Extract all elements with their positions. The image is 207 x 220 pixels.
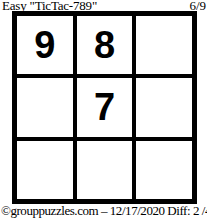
cell-r0c0[interactable]: 9 [17, 16, 73, 74]
cell-r2c0[interactable] [17, 141, 73, 199]
cell-r1c0[interactable] [17, 78, 73, 136]
puzzle-grid: 9 8 7 [12, 11, 197, 204]
cell-r2c1[interactable] [77, 141, 133, 199]
copyright-line: ©grouppuzzles.com – 12/17/2020 Diff: 2 /… [1, 203, 207, 219]
page: { "game": "TicTac (grouppuzzles.com 3x3 … [0, 0, 207, 220]
cell-r0c2[interactable] [136, 16, 192, 74]
cell-r1c1[interactable]: 7 [77, 78, 133, 136]
cell-r0c1[interactable]: 8 [77, 16, 133, 74]
cell-r2c2[interactable] [136, 141, 192, 199]
cell-r1c2[interactable] [136, 78, 192, 136]
